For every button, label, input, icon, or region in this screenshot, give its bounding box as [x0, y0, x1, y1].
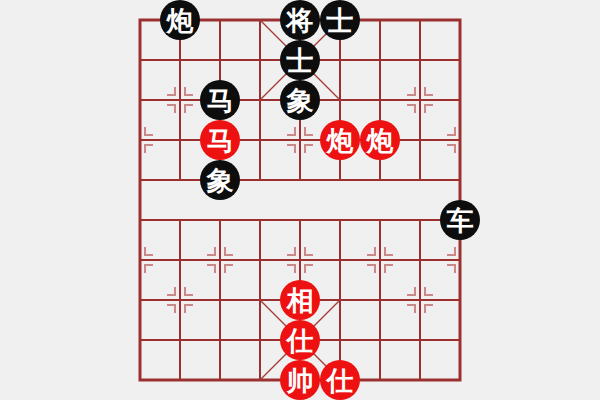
black-cannon[interactable]: 炮: [160, 0, 200, 40]
red-cannon[interactable]: 炮: [360, 120, 400, 160]
red-horse[interactable]: 马: [200, 120, 240, 160]
black-elephant[interactable]: 象: [200, 160, 240, 200]
red-advisor[interactable]: 仕: [280, 320, 320, 360]
black-general[interactable]: 将: [280, 0, 320, 40]
black-chariot[interactable]: 车: [440, 200, 480, 240]
red-cannon[interactable]: 炮: [320, 120, 360, 160]
red-general[interactable]: 帅: [280, 360, 320, 400]
red-advisor[interactable]: 仕: [320, 360, 360, 400]
black-advisor[interactable]: 士: [320, 0, 360, 40]
xiangqi-board-diagram: 炮将士士马象马炮炮象车相仕帅仕: [0, 0, 600, 400]
piece-layer: 炮将士士马象马炮炮象车相仕帅仕: [120, 0, 480, 400]
black-advisor[interactable]: 士: [280, 40, 320, 80]
black-elephant[interactable]: 象: [280, 80, 320, 120]
red-elephant[interactable]: 相: [280, 280, 320, 320]
black-horse[interactable]: 马: [200, 80, 240, 120]
